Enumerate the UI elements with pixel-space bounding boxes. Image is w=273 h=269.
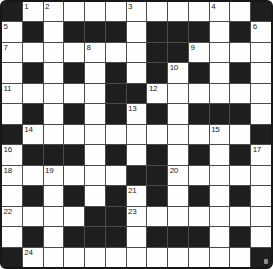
cell-r2-c5-white[interactable] <box>106 43 126 62</box>
cell-r3-c2-white[interactable] <box>44 63 64 82</box>
cell-r5-c4-white[interactable] <box>85 104 105 123</box>
cell-r10-c12-white[interactable] <box>251 207 271 226</box>
clue-number-7: 7 <box>4 43 8 52</box>
cell-r10-c1-white[interactable] <box>23 207 43 226</box>
cell-r3-c3-black <box>64 63 84 82</box>
clue-number-1: 1 <box>24 2 28 11</box>
cell-r2-c0-white[interactable]: 7 <box>2 43 22 62</box>
cell-r9-c6-white[interactable]: 21 <box>127 186 147 205</box>
cell-r11-c2-white[interactable] <box>44 227 64 246</box>
clue-number-14: 14 <box>24 125 32 134</box>
cell-r9-c11-black <box>230 186 250 205</box>
cell-r1-c11-black <box>230 22 250 41</box>
clue-number-20: 20 <box>170 166 178 175</box>
clue-number-13: 13 <box>128 104 136 113</box>
cell-r9-c10-white[interactable] <box>210 186 230 205</box>
cell-r2-c9-white[interactable]: 9 <box>189 43 209 62</box>
cell-r1-c12-white[interactable]: 6 <box>251 22 271 41</box>
cell-r6-c5-white[interactable] <box>106 125 126 144</box>
clue-number-18: 18 <box>4 166 12 175</box>
printers-mark <box>264 259 268 264</box>
cell-r12-c12-black <box>251 248 271 267</box>
cell-r1-c5-black <box>106 22 126 41</box>
cell-r0-c2-white[interactable]: 2 <box>44 2 64 21</box>
cell-r9-c2-white[interactable] <box>44 186 64 205</box>
cell-r2-c2-white[interactable] <box>44 43 64 62</box>
clue-number-10: 10 <box>170 63 178 72</box>
cell-r7-c0-white[interactable]: 16 <box>2 145 22 164</box>
cell-r7-c1-black <box>23 145 43 164</box>
cell-r8-c10-white[interactable] <box>210 166 230 185</box>
cell-r6-c11-white[interactable] <box>230 125 250 144</box>
cell-r5-c6-white[interactable]: 13 <box>127 104 147 123</box>
cell-r1-c7-black <box>147 22 167 41</box>
cell-r8-c3-white[interactable] <box>64 166 84 185</box>
cell-r7-c4-white[interactable] <box>85 145 105 164</box>
cell-r11-c8-black <box>168 227 188 246</box>
cell-r12-c11-white[interactable] <box>230 248 250 267</box>
clue-number-21: 21 <box>128 186 136 195</box>
clue-number-12: 12 <box>149 84 157 93</box>
cell-r8-c12-white[interactable] <box>251 166 271 185</box>
cell-r3-c0-white[interactable] <box>2 63 22 82</box>
cell-r11-c12-white[interactable] <box>251 227 271 246</box>
cell-r6-c10-white[interactable]: 15 <box>210 125 230 144</box>
cell-r5-c5-black <box>106 104 126 123</box>
clue-number-24: 24 <box>24 248 32 257</box>
cell-r2-c3-white[interactable] <box>64 43 84 62</box>
cell-r10-c8-white[interactable] <box>168 207 188 226</box>
cell-r2-c8-black <box>168 43 188 62</box>
cell-r6-c4-white[interactable] <box>85 125 105 144</box>
cell-r8-c7-black <box>147 166 167 185</box>
cell-r0-c1-white[interactable]: 1 <box>23 2 43 21</box>
clue-number-2: 2 <box>45 2 49 11</box>
cell-r4-c0-white[interactable]: 11 <box>2 84 22 103</box>
clue-number-15: 15 <box>211 125 219 134</box>
clue-number-8: 8 <box>87 43 91 52</box>
cell-r12-c1-white[interactable]: 24 <box>23 248 43 267</box>
cell-r0-c5-white[interactable] <box>106 2 126 21</box>
cell-r3-c10-white[interactable] <box>210 63 230 82</box>
cell-r0-c6-white[interactable]: 3 <box>127 2 147 21</box>
clue-number-3: 3 <box>128 2 132 11</box>
crossword-grid: 123456789101112131415161718192021222324 <box>0 0 273 269</box>
cell-r3-c8-white[interactable]: 10 <box>168 63 188 82</box>
cell-r6-c6-white[interactable] <box>127 125 147 144</box>
cell-r1-c3-black <box>64 22 84 41</box>
cell-r9-c0-white[interactable] <box>2 186 22 205</box>
cell-r0-c9-white[interactable] <box>189 2 209 21</box>
cell-r0-c11-white[interactable] <box>230 2 250 21</box>
cell-r5-c0-white[interactable] <box>2 104 22 123</box>
cell-r12-c6-white[interactable] <box>127 248 147 267</box>
cell-r4-c9-white[interactable] <box>189 84 209 103</box>
cell-r9-c7-black <box>147 186 167 205</box>
cell-r6-c9-white[interactable] <box>189 125 209 144</box>
cell-r5-c1-black <box>23 104 43 123</box>
cell-r9-c9-black <box>189 186 209 205</box>
cell-r7-c6-white[interactable] <box>127 145 147 164</box>
cell-r10-c4-black <box>85 207 105 226</box>
cell-r3-c7-black <box>147 63 167 82</box>
cell-r6-c8-white[interactable] <box>168 125 188 144</box>
cell-r5-c12-white[interactable] <box>251 104 271 123</box>
cell-r10-c6-white[interactable]: 23 <box>127 207 147 226</box>
cell-r5-c3-black <box>64 104 84 123</box>
cell-r11-c0-white[interactable] <box>2 227 22 246</box>
cell-r12-c2-white[interactable] <box>44 248 64 267</box>
cell-r10-c10-white[interactable] <box>210 207 230 226</box>
cell-r11-c11-black <box>230 227 250 246</box>
cell-r6-c1-white[interactable]: 14 <box>23 125 43 144</box>
cell-r4-c8-white[interactable] <box>168 84 188 103</box>
cell-r7-c10-white[interactable] <box>210 145 230 164</box>
cell-r3-c11-black <box>230 63 250 82</box>
cell-r2-c11-white[interactable] <box>230 43 250 62</box>
cell-r1-c8-black <box>168 22 188 41</box>
cell-r10-c0-white[interactable]: 22 <box>2 207 22 226</box>
cell-r1-c4-black <box>85 22 105 41</box>
cell-r8-c5-white[interactable] <box>106 166 126 185</box>
cell-r0-c0-black <box>2 2 22 21</box>
cell-r1-c2-white[interactable] <box>44 22 64 41</box>
cell-r5-c9-black <box>189 104 209 123</box>
cell-r11-c7-black <box>147 227 167 246</box>
cell-r5-c7-black <box>147 104 167 123</box>
cell-r4-c11-white[interactable] <box>230 84 250 103</box>
cell-r12-c3-white[interactable] <box>64 248 84 267</box>
cell-r3-c12-white[interactable] <box>251 63 271 82</box>
cell-r5-c2-white[interactable] <box>44 104 64 123</box>
cell-r7-c5-black <box>106 145 126 164</box>
cell-r6-c7-white[interactable] <box>147 125 167 144</box>
clue-number-22: 22 <box>4 207 12 216</box>
clue-number-9: 9 <box>190 43 194 52</box>
cell-r7-c2-black <box>44 145 64 164</box>
cell-r8-c2-white[interactable]: 19 <box>44 166 64 185</box>
clue-number-11: 11 <box>4 84 12 93</box>
cell-r12-c4-white[interactable] <box>85 248 105 267</box>
cell-r3-c5-black <box>106 63 126 82</box>
cell-r8-c6-black <box>127 166 147 185</box>
cell-r1-c10-white[interactable] <box>210 22 230 41</box>
clue-number-5: 5 <box>4 22 8 31</box>
cell-r11-c3-black <box>64 227 84 246</box>
clue-number-4: 4 <box>211 2 215 11</box>
cell-r1-c6-white[interactable] <box>127 22 147 41</box>
cell-r11-c1-black <box>23 227 43 246</box>
cell-r9-c3-black <box>64 186 84 205</box>
cell-r4-c3-white[interactable] <box>64 84 84 103</box>
cell-r4-c7-white[interactable]: 12 <box>147 84 167 103</box>
cell-r2-c12-white[interactable] <box>251 43 271 62</box>
cell-r10-c11-white[interactable] <box>230 207 250 226</box>
cell-r0-c4-white[interactable] <box>85 2 105 21</box>
cell-r8-c1-white[interactable] <box>23 166 43 185</box>
cell-r9-c5-black <box>106 186 126 205</box>
cell-r3-c1-black <box>23 63 43 82</box>
cell-r2-c1-white[interactable] <box>23 43 43 62</box>
clue-number-23: 23 <box>128 207 136 216</box>
cell-r6-c0-black <box>2 125 22 144</box>
cell-r8-c9-white[interactable] <box>189 166 209 185</box>
cell-r10-c2-white[interactable] <box>44 207 64 226</box>
clue-number-17: 17 <box>253 145 261 154</box>
cell-r6-c3-white[interactable] <box>64 125 84 144</box>
cell-r12-c9-white[interactable] <box>189 248 209 267</box>
cell-r3-c6-white[interactable] <box>127 63 147 82</box>
cell-r0-c3-white[interactable] <box>64 2 84 21</box>
cell-r1-c9-black <box>189 22 209 41</box>
cell-r9-c8-white[interactable] <box>168 186 188 205</box>
cell-r7-c9-black <box>189 145 209 164</box>
cell-r0-c8-white[interactable] <box>168 2 188 21</box>
cell-r12-c5-white[interactable] <box>106 248 126 267</box>
cell-r10-c3-white[interactable] <box>64 207 84 226</box>
cell-r0-c7-white[interactable] <box>147 2 167 21</box>
cell-r3-c4-white[interactable] <box>85 63 105 82</box>
cell-r0-c10-white[interactable]: 4 <box>210 2 230 21</box>
cell-r4-c1-white[interactable] <box>23 84 43 103</box>
cell-r10-c9-white[interactable] <box>189 207 209 226</box>
cell-r9-c1-black <box>23 186 43 205</box>
cell-r10-c7-white[interactable] <box>147 207 167 226</box>
cell-r11-c6-white[interactable] <box>127 227 147 246</box>
cell-r1-c0-white[interactable]: 5 <box>2 22 22 41</box>
cell-r7-c8-white[interactable] <box>168 145 188 164</box>
cell-r7-c12-white[interactable]: 17 <box>251 145 271 164</box>
cell-r2-c10-white[interactable] <box>210 43 230 62</box>
cell-r0-c12-black <box>251 2 271 21</box>
cell-r2-c6-white[interactable] <box>127 43 147 62</box>
cell-r12-c10-white[interactable] <box>210 248 230 267</box>
cell-r11-c9-black <box>189 227 209 246</box>
clue-number-19: 19 <box>45 166 53 175</box>
cell-r7-c3-black <box>64 145 84 164</box>
cell-r8-c11-white[interactable] <box>230 166 250 185</box>
cell-r9-c12-white[interactable] <box>251 186 271 205</box>
cell-r12-c0-black <box>2 248 22 267</box>
cell-r12-c8-white[interactable] <box>168 248 188 267</box>
cell-r6-c2-white[interactable] <box>44 125 64 144</box>
cell-r3-c9-black <box>189 63 209 82</box>
cell-r10-c5-black <box>106 207 126 226</box>
cell-r4-c5-black <box>106 84 126 103</box>
cell-r4-c4-white[interactable] <box>85 84 105 103</box>
cell-r2-c4-white[interactable]: 8 <box>85 43 105 62</box>
cell-r4-c6-black <box>127 84 147 103</box>
cell-r11-c10-white[interactable] <box>210 227 230 246</box>
cell-r8-c4-white[interactable] <box>85 166 105 185</box>
cell-r11-c4-black <box>85 227 105 246</box>
cell-r5-c10-black <box>210 104 230 123</box>
cell-r2-c7-black <box>147 43 167 62</box>
cell-r9-c4-white[interactable] <box>85 186 105 205</box>
cell-r4-c2-white[interactable] <box>44 84 64 103</box>
cell-r12-c7-white[interactable] <box>147 248 167 267</box>
cell-r7-c11-black <box>230 145 250 164</box>
clue-number-16: 16 <box>4 145 12 154</box>
cell-r8-c0-white[interactable]: 18 <box>2 166 22 185</box>
cell-r4-c12-white[interactable] <box>251 84 271 103</box>
cell-r4-c10-white[interactable] <box>210 84 230 103</box>
cell-r8-c8-white[interactable]: 20 <box>168 166 188 185</box>
cell-r1-c1-black <box>23 22 43 41</box>
clue-number-6: 6 <box>253 22 257 31</box>
cell-r5-c11-black <box>230 104 250 123</box>
cell-r6-c12-black <box>251 125 271 144</box>
cell-r7-c7-black <box>147 145 167 164</box>
cell-r5-c8-white[interactable] <box>168 104 188 123</box>
cell-r11-c5-black <box>106 227 126 246</box>
